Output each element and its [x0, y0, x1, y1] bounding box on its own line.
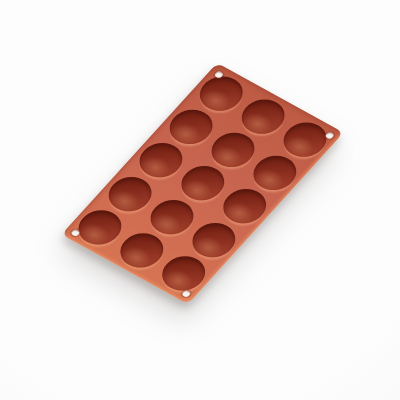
silicone-mold: [61, 63, 343, 304]
cavity-grid: [61, 63, 343, 304]
product-photo-background: [0, 0, 400, 400]
